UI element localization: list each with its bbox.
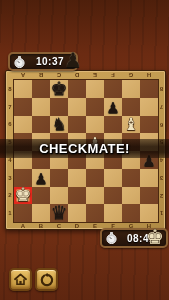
square-b6[interactable] — [32, 116, 50, 134]
black-queen-c1[interactable]: ♛ — [50, 203, 68, 222]
square-b2[interactable] — [32, 187, 50, 205]
coord-label-3: 3 — [6, 169, 14, 187]
coord-label-3: 3 — [158, 169, 165, 187]
square-f7[interactable]: ♟ — [104, 98, 122, 116]
square-e1[interactable] — [86, 204, 104, 222]
coord-label-7: 7 — [6, 98, 14, 116]
coord-label-G: G — [122, 71, 140, 80]
coord-label-1: 1 — [158, 204, 165, 222]
square-a7[interactable] — [14, 98, 32, 116]
square-h8[interactable] — [140, 80, 158, 98]
square-a1[interactable] — [14, 204, 32, 222]
coord-label-1: 1 — [6, 204, 14, 222]
coord-label-E: E — [86, 71, 104, 80]
white-king-a2[interactable]: ♚ — [14, 185, 32, 204]
coord-label-A: A — [14, 71, 32, 80]
square-d8[interactable] — [68, 80, 86, 98]
coord-label-D: D — [68, 222, 86, 229]
square-f6[interactable] — [104, 116, 122, 134]
home-button[interactable] — [9, 268, 32, 291]
coord-label-6: 6 — [6, 116, 14, 134]
coord-label-B: B — [32, 71, 50, 80]
stopwatch-icon — [14, 56, 25, 68]
white-bishop-g6[interactable]: ♝ — [122, 116, 140, 133]
square-g3[interactable] — [122, 169, 140, 187]
square-a8[interactable] — [14, 80, 32, 98]
square-h7[interactable] — [140, 98, 158, 116]
coord-label-2: 2 — [158, 187, 165, 205]
square-b7[interactable] — [32, 98, 50, 116]
square-e2[interactable] — [86, 187, 104, 205]
square-f2[interactable] — [104, 187, 122, 205]
black-pawn-b3[interactable]: ♟ — [32, 172, 50, 187]
square-h2[interactable] — [140, 187, 158, 205]
square-c6[interactable]: ♞ — [50, 116, 68, 134]
square-f1[interactable] — [104, 204, 122, 222]
square-a2[interactable]: ♚ — [14, 187, 32, 205]
stopwatch-icon — [106, 232, 117, 244]
square-e6[interactable] — [86, 116, 104, 134]
home-icon — [14, 273, 27, 286]
square-f8[interactable] — [104, 80, 122, 98]
black-pawn-icon: ♟ — [64, 50, 82, 70]
square-d2[interactable] — [68, 187, 86, 205]
coord-label-8: 8 — [6, 80, 14, 98]
square-g1[interactable] — [122, 204, 140, 222]
square-e8[interactable] — [86, 80, 104, 98]
square-d3[interactable] — [68, 169, 86, 187]
coord-label-8: 8 — [158, 80, 165, 98]
coord-label-A: A — [14, 222, 32, 229]
coord-label-C: C — [50, 222, 68, 229]
coord-label-2: 2 — [6, 187, 14, 205]
coord-label-B: B — [32, 222, 50, 229]
square-h6[interactable] — [140, 116, 158, 134]
square-c3[interactable] — [50, 169, 68, 187]
square-d1[interactable] — [68, 204, 86, 222]
chess-app-screen: 10:37 ♟ ABCDEFGH 87654321 87654321 ABCDE… — [0, 0, 169, 300]
black-king-c8[interactable]: ♚ — [50, 79, 68, 98]
square-g2[interactable] — [122, 187, 140, 205]
coord-label-F: F — [104, 71, 122, 80]
coord-label-7: 7 — [158, 98, 165, 116]
black-knight-c6[interactable]: ♞ — [50, 116, 68, 133]
square-h3[interactable] — [140, 169, 158, 187]
square-b8[interactable] — [32, 80, 50, 98]
square-g7[interactable] — [122, 98, 140, 116]
white-king-icon: ♚ — [146, 227, 164, 247]
square-e7[interactable] — [86, 98, 104, 116]
black-pawn-f7[interactable]: ♟ — [104, 101, 122, 116]
square-g8[interactable] — [122, 80, 140, 98]
coord-label-H: H — [140, 71, 158, 80]
square-b3[interactable]: ♟ — [32, 169, 50, 187]
file-labels-top: ABCDEFGH — [14, 71, 158, 80]
square-h1[interactable] — [140, 204, 158, 222]
coord-label-D: D — [68, 71, 86, 80]
square-d7[interactable] — [68, 98, 86, 116]
square-a6[interactable] — [14, 116, 32, 134]
square-g6[interactable]: ♝ — [122, 116, 140, 134]
square-b1[interactable] — [32, 204, 50, 222]
square-e3[interactable] — [86, 169, 104, 187]
square-f3[interactable] — [104, 169, 122, 187]
square-d6[interactable] — [68, 116, 86, 134]
checkmate-banner: CHECKMATE! — [0, 139, 169, 158]
square-c7[interactable] — [50, 98, 68, 116]
square-c1[interactable]: ♛ — [50, 204, 68, 222]
coord-label-6: 6 — [158, 116, 165, 134]
restart-icon — [40, 273, 54, 287]
square-c8[interactable]: ♚ — [50, 80, 68, 98]
restart-button[interactable] — [35, 268, 58, 291]
checkmate-text: CHECKMATE! — [39, 141, 129, 156]
